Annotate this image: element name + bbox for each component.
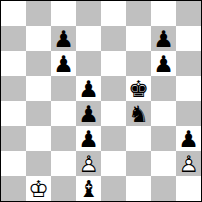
square-g2[interactable] [151, 151, 176, 176]
square-g4[interactable] [151, 101, 176, 126]
white-king-b1[interactable]: ♚♔ [26, 176, 51, 201]
square-c2[interactable] [51, 151, 76, 176]
black-pawn-g7[interactable]: ♟ [151, 26, 176, 51]
square-g3[interactable] [151, 126, 176, 151]
square-g5[interactable] [151, 76, 176, 101]
white-pawn-icon: ♙ [176, 151, 201, 176]
black-pawn-d3[interactable]: ♟ [76, 126, 101, 151]
square-b2[interactable] [26, 151, 51, 176]
square-b3[interactable] [26, 126, 51, 151]
black-knight-f4[interactable]: ♞ [126, 101, 151, 126]
square-c7[interactable]: ♟ [51, 26, 76, 51]
square-h7[interactable] [176, 26, 201, 51]
square-a5[interactable] [1, 76, 26, 101]
black-pawn-g6[interactable]: ♟ [151, 51, 176, 76]
chess-board-frame: ♟♟♟♟♟♚♟♞♟♟♟♙♟♙♚♔♝ [0, 0, 202, 202]
square-f6[interactable] [126, 51, 151, 76]
square-f3[interactable] [126, 126, 151, 151]
square-a8[interactable] [1, 1, 26, 26]
square-c8[interactable] [51, 1, 76, 26]
square-d4[interactable]: ♟ [76, 101, 101, 126]
white-pawn-h2[interactable]: ♟♙ [176, 151, 201, 176]
square-e1[interactable] [101, 176, 126, 201]
square-e4[interactable] [101, 101, 126, 126]
square-f7[interactable] [126, 26, 151, 51]
square-d8[interactable] [76, 1, 101, 26]
white-pawn-d2[interactable]: ♟♙ [76, 151, 101, 176]
square-h4[interactable] [176, 101, 201, 126]
square-f5[interactable]: ♚ [126, 76, 151, 101]
square-h2[interactable]: ♟♙ [176, 151, 201, 176]
square-h3[interactable]: ♟ [176, 126, 201, 151]
square-g1[interactable] [151, 176, 176, 201]
square-d7[interactable] [76, 26, 101, 51]
square-d2[interactable]: ♟♙ [76, 151, 101, 176]
square-b8[interactable] [26, 1, 51, 26]
square-d1[interactable]: ♝ [76, 176, 101, 201]
square-e2[interactable] [101, 151, 126, 176]
square-g7[interactable]: ♟ [151, 26, 176, 51]
black-pawn-c6[interactable]: ♟ [51, 51, 76, 76]
black-pawn-c7[interactable]: ♟ [51, 26, 76, 51]
square-b5[interactable] [26, 76, 51, 101]
square-f2[interactable] [126, 151, 151, 176]
black-king-f5[interactable]: ♚ [126, 76, 151, 101]
square-a3[interactable] [1, 126, 26, 151]
square-h1[interactable] [176, 176, 201, 201]
black-pawn-d5[interactable]: ♟ [76, 76, 101, 101]
square-a4[interactable] [1, 101, 26, 126]
square-h8[interactable] [176, 1, 201, 26]
square-d5[interactable]: ♟ [76, 76, 101, 101]
square-c1[interactable] [51, 176, 76, 201]
white-pawn-icon: ♙ [76, 151, 101, 176]
square-g6[interactable]: ♟ [151, 51, 176, 76]
square-e3[interactable] [101, 126, 126, 151]
square-d6[interactable] [76, 51, 101, 76]
black-bishop-d1[interactable]: ♝ [76, 176, 101, 201]
square-c5[interactable] [51, 76, 76, 101]
square-e6[interactable] [101, 51, 126, 76]
square-c4[interactable] [51, 101, 76, 126]
square-f8[interactable] [126, 1, 151, 26]
square-h6[interactable] [176, 51, 201, 76]
square-b4[interactable] [26, 101, 51, 126]
square-a1[interactable] [1, 176, 26, 201]
square-f4[interactable]: ♞ [126, 101, 151, 126]
square-c6[interactable]: ♟ [51, 51, 76, 76]
chess-board: ♟♟♟♟♟♚♟♞♟♟♟♙♟♙♚♔♝ [1, 1, 201, 201]
square-b6[interactable] [26, 51, 51, 76]
square-h5[interactable] [176, 76, 201, 101]
white-king-icon: ♔ [26, 176, 51, 201]
square-a7[interactable] [1, 26, 26, 51]
square-f1[interactable] [126, 176, 151, 201]
square-b7[interactable] [26, 26, 51, 51]
black-pawn-d4[interactable]: ♟ [76, 101, 101, 126]
square-g8[interactable] [151, 1, 176, 26]
black-pawn-h3[interactable]: ♟ [176, 126, 201, 151]
square-a2[interactable] [1, 151, 26, 176]
square-e5[interactable] [101, 76, 126, 101]
square-a6[interactable] [1, 51, 26, 76]
square-b1[interactable]: ♚♔ [26, 176, 51, 201]
square-e8[interactable] [101, 1, 126, 26]
square-c3[interactable] [51, 126, 76, 151]
square-e7[interactable] [101, 26, 126, 51]
square-d3[interactable]: ♟ [76, 126, 101, 151]
